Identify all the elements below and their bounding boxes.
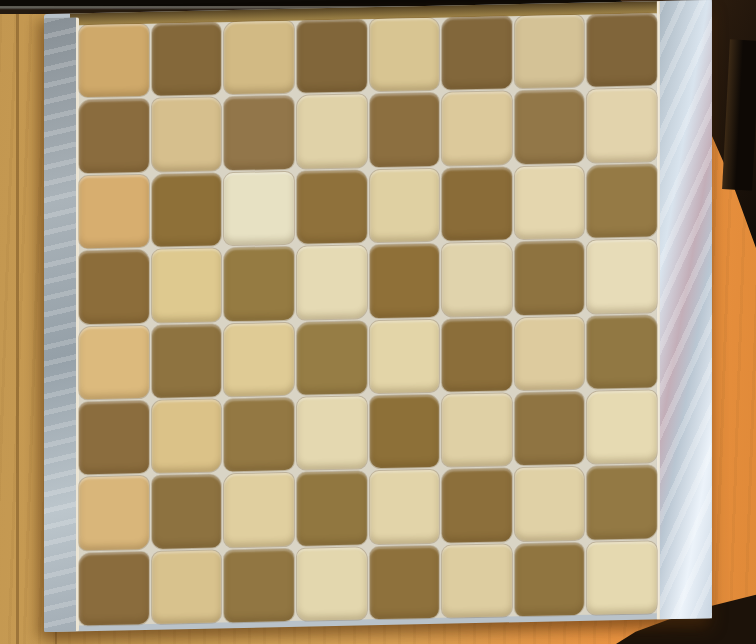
square-g3[interactable] [515,392,585,466]
square-g4[interactable] [515,316,585,390]
square-f3[interactable] [442,393,512,467]
square-a8[interactable] [79,24,149,98]
photo-scene [0,0,756,644]
square-f7[interactable] [442,92,512,166]
square-e6[interactable] [369,169,439,243]
square-c3[interactable] [224,398,294,472]
square-e3[interactable] [369,395,439,469]
square-d3[interactable] [297,396,367,470]
square-c7[interactable] [224,96,294,170]
square-h4[interactable] [587,315,657,389]
square-h7[interactable] [587,89,657,163]
square-a3[interactable] [79,401,149,475]
square-h1[interactable] [587,541,657,615]
checkerboard-grid [79,13,657,625]
square-c6[interactable] [224,172,294,246]
square-c1[interactable] [224,549,294,623]
square-d7[interactable] [297,95,367,169]
square-h5[interactable] [587,239,657,313]
square-g8[interactable] [515,15,585,89]
foil-border-left [44,17,79,632]
square-b5[interactable] [152,248,222,322]
square-h2[interactable] [587,466,657,540]
square-c2[interactable] [224,473,294,547]
square-h8[interactable] [587,13,657,87]
square-f8[interactable] [442,16,512,90]
square-c8[interactable] [224,21,294,95]
square-e8[interactable] [369,18,439,92]
square-b3[interactable] [152,399,222,473]
square-g6[interactable] [515,165,585,239]
square-g5[interactable] [515,241,585,315]
square-f5[interactable] [442,242,512,316]
square-h6[interactable] [587,164,657,238]
square-f2[interactable] [442,469,512,543]
square-d8[interactable] [297,19,367,93]
cookie-checkerboard [44,0,712,632]
square-a1[interactable] [79,552,149,626]
foil-border-right [657,0,712,619]
square-b2[interactable] [152,475,222,549]
square-b6[interactable] [152,173,222,247]
square-d1[interactable] [297,547,367,621]
square-g7[interactable] [515,90,585,164]
square-d5[interactable] [297,245,367,319]
square-e2[interactable] [369,470,439,544]
square-e7[interactable] [369,93,439,167]
square-b1[interactable] [152,550,222,624]
square-d4[interactable] [297,321,367,395]
square-a4[interactable] [79,325,149,399]
square-e1[interactable] [369,545,439,619]
square-d6[interactable] [297,170,367,244]
square-c5[interactable] [224,247,294,321]
square-f4[interactable] [442,318,512,392]
square-a7[interactable] [79,99,149,173]
square-b4[interactable] [152,324,222,398]
square-d2[interactable] [297,472,367,546]
table-plank-seam [16,0,19,644]
square-g1[interactable] [515,542,585,616]
square-b7[interactable] [152,98,222,172]
square-g2[interactable] [515,467,585,541]
square-b8[interactable] [152,22,222,96]
square-a5[interactable] [79,250,149,324]
square-c4[interactable] [224,322,294,396]
square-e5[interactable] [369,244,439,318]
square-h3[interactable] [587,390,657,464]
square-e4[interactable] [369,319,439,393]
square-a6[interactable] [79,175,149,249]
square-f6[interactable] [442,167,512,241]
square-a2[interactable] [79,476,149,550]
square-f1[interactable] [442,544,512,618]
